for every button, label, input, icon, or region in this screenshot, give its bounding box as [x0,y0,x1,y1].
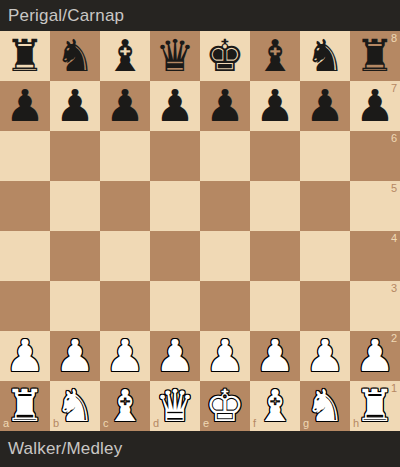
square-g8[interactable]: ♞ [300,31,350,81]
square-h2[interactable]: ♟2 [350,331,400,381]
square-c2[interactable]: ♟ [100,331,150,381]
square-a6[interactable] [0,131,50,181]
square-h1[interactable]: ♜1h [350,381,400,431]
square-d5[interactable] [150,181,200,231]
black-rook[interactable]: ♜ [0,31,50,81]
rank-label-6: 6 [391,133,397,144]
white-rook[interactable]: ♜ [350,381,400,431]
square-e1[interactable]: ♚e [200,381,250,431]
black-bishop[interactable]: ♝ [250,31,300,81]
square-b7[interactable]: ♟ [50,81,100,131]
square-g1[interactable]: ♞g [300,381,350,431]
white-pawn[interactable]: ♟ [100,331,150,381]
square-f6[interactable] [250,131,300,181]
square-g6[interactable] [300,131,350,181]
white-player-name: Walker/Medley [8,439,122,459]
square-a1[interactable]: ♜a [0,381,50,431]
square-e2[interactable]: ♟ [200,331,250,381]
square-c8[interactable]: ♝ [100,31,150,81]
black-king[interactable]: ♚ [200,31,250,81]
square-c3[interactable] [100,281,150,331]
square-h5[interactable]: 5 [350,181,400,231]
white-rook[interactable]: ♜ [0,381,50,431]
black-queen[interactable]: ♛ [150,31,200,81]
black-player-name: Perigal/Carnap [8,6,124,26]
white-pawn[interactable]: ♟ [200,331,250,381]
rank-label-3: 3 [391,283,397,294]
square-g3[interactable] [300,281,350,331]
square-g4[interactable] [300,231,350,281]
square-d1[interactable]: ♛d [150,381,200,431]
square-a4[interactable] [0,231,50,281]
square-e8[interactable]: ♚ [200,31,250,81]
square-c4[interactable] [100,231,150,281]
square-c7[interactable]: ♟ [100,81,150,131]
white-bishop[interactable]: ♝ [250,381,300,431]
square-f4[interactable] [250,231,300,281]
square-e7[interactable]: ♟ [200,81,250,131]
square-a7[interactable]: ♟ [0,81,50,131]
black-rook[interactable]: ♜ [350,31,400,81]
square-b1[interactable]: ♞b [50,381,100,431]
square-g5[interactable] [300,181,350,231]
chess-app: Perigal/Carnap ♜♞♝♛♚♝♞♜8♟♟♟♟♟♟♟♟76543♟♟♟… [0,0,400,467]
square-e4[interactable] [200,231,250,281]
white-pawn[interactable]: ♟ [0,331,50,381]
square-a3[interactable] [0,281,50,331]
white-player-bar: Walker/Medley [0,431,400,467]
square-h6[interactable]: 6 [350,131,400,181]
white-pawn[interactable]: ♟ [350,331,400,381]
square-c1[interactable]: ♝c [100,381,150,431]
white-queen[interactable]: ♛ [150,381,200,431]
white-pawn[interactable]: ♟ [150,331,200,381]
black-pawn[interactable]: ♟ [300,81,350,131]
square-b5[interactable] [50,181,100,231]
rank-label-5: 5 [391,183,397,194]
white-king[interactable]: ♚ [200,381,250,431]
square-e3[interactable] [200,281,250,331]
black-pawn[interactable]: ♟ [0,81,50,131]
square-h8[interactable]: ♜8 [350,31,400,81]
square-b2[interactable]: ♟ [50,331,100,381]
square-c5[interactable] [100,181,150,231]
black-pawn[interactable]: ♟ [250,81,300,131]
square-e5[interactable] [200,181,250,231]
square-a2[interactable]: ♟ [0,331,50,381]
square-a8[interactable]: ♜ [0,31,50,81]
square-h4[interactable]: 4 [350,231,400,281]
white-knight[interactable]: ♞ [300,381,350,431]
square-d2[interactable]: ♟ [150,331,200,381]
square-a5[interactable] [0,181,50,231]
square-b6[interactable] [50,131,100,181]
square-f1[interactable]: ♝f [250,381,300,431]
black-knight[interactable]: ♞ [300,31,350,81]
white-pawn[interactable]: ♟ [250,331,300,381]
square-d6[interactable] [150,131,200,181]
square-g7[interactable]: ♟ [300,81,350,131]
square-f2[interactable]: ♟ [250,331,300,381]
black-player-bar: Perigal/Carnap [0,0,400,31]
square-d4[interactable] [150,231,200,281]
square-g2[interactable]: ♟ [300,331,350,381]
white-pawn[interactable]: ♟ [50,331,100,381]
black-pawn[interactable]: ♟ [200,81,250,131]
black-knight[interactable]: ♞ [50,31,100,81]
square-h3[interactable]: 3 [350,281,400,331]
square-d7[interactable]: ♟ [150,81,200,131]
white-bishop[interactable]: ♝ [100,381,150,431]
square-e6[interactable] [200,131,250,181]
chess-board: ♜♞♝♛♚♝♞♜8♟♟♟♟♟♟♟♟76543♟♟♟♟♟♟♟♟2♜a♞b♝c♛d♚… [0,31,400,431]
black-pawn[interactable]: ♟ [100,81,150,131]
rank-label-4: 4 [391,233,397,244]
square-b4[interactable] [50,231,100,281]
square-b8[interactable]: ♞ [50,31,100,81]
white-knight[interactable]: ♞ [50,381,100,431]
square-b3[interactable] [50,281,100,331]
square-f5[interactable] [250,181,300,231]
square-h7[interactable]: ♟7 [350,81,400,131]
black-pawn[interactable]: ♟ [50,81,100,131]
square-d8[interactable]: ♛ [150,31,200,81]
square-d3[interactable] [150,281,200,331]
square-c6[interactable] [100,131,150,181]
white-pawn[interactable]: ♟ [300,331,350,381]
square-f8[interactable]: ♝ [250,31,300,81]
square-f7[interactable]: ♟ [250,81,300,131]
black-pawn[interactable]: ♟ [350,81,400,131]
black-bishop[interactable]: ♝ [100,31,150,81]
square-f3[interactable] [250,281,300,331]
black-pawn[interactable]: ♟ [150,81,200,131]
